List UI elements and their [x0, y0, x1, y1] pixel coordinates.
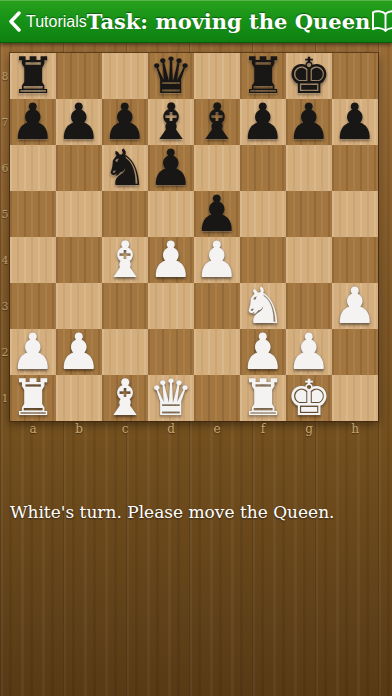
rank-label-6: 6: [0, 145, 10, 191]
white-bishop[interactable]: ♝: [103, 237, 148, 283]
file-labels: abcdefgh: [10, 421, 378, 437]
square-h6[interactable]: [332, 145, 378, 191]
file-label-a: a: [10, 421, 56, 437]
bookmarks-button[interactable]: [370, 9, 392, 34]
square-c3[interactable]: [102, 283, 148, 329]
square-c4[interactable]: ♝: [102, 237, 148, 283]
square-d3[interactable]: [148, 283, 194, 329]
square-d1[interactable]: ♛: [148, 375, 194, 421]
square-h2[interactable]: [332, 329, 378, 375]
square-h3[interactable]: ♟: [332, 283, 378, 329]
file-label-f: f: [240, 421, 286, 437]
white-queen[interactable]: ♛: [149, 375, 194, 421]
square-f5[interactable]: [240, 191, 286, 237]
square-f7[interactable]: ♟: [240, 99, 286, 145]
white-rook[interactable]: ♜: [241, 375, 286, 421]
square-b4[interactable]: [56, 237, 102, 283]
square-a4[interactable]: [10, 237, 56, 283]
white-rook[interactable]: ♜: [11, 375, 56, 421]
rank-label-2: 2: [0, 329, 10, 375]
square-e7[interactable]: ♝: [194, 99, 240, 145]
rank-label-7: 7: [0, 99, 10, 145]
square-g5[interactable]: [286, 191, 332, 237]
square-a7[interactable]: ♟: [10, 99, 56, 145]
black-pawn[interactable]: ♟: [57, 99, 102, 145]
square-a6[interactable]: [10, 145, 56, 191]
status-message: White's turn. Please move the Queen.: [10, 502, 335, 522]
black-pawn[interactable]: ♟: [241, 99, 286, 145]
rank-label-4: 4: [0, 237, 10, 283]
square-a1[interactable]: ♜: [10, 375, 56, 421]
black-pawn[interactable]: ♟: [11, 99, 56, 145]
back-button-label: Tutorials: [26, 13, 87, 31]
white-pawn[interactable]: ♟: [333, 283, 378, 329]
black-bishop[interactable]: ♝: [195, 99, 240, 145]
file-label-b: b: [56, 421, 102, 437]
rank-label-1: 1: [0, 375, 10, 421]
square-b2[interactable]: ♟: [56, 329, 102, 375]
square-e4[interactable]: ♟: [194, 237, 240, 283]
black-pawn[interactable]: ♟: [333, 99, 378, 145]
square-h5[interactable]: [332, 191, 378, 237]
square-c6[interactable]: ♞: [102, 145, 148, 191]
square-f6[interactable]: [240, 145, 286, 191]
square-e3[interactable]: [194, 283, 240, 329]
page-title: Task: moving the Queen: [87, 9, 371, 34]
file-label-d: d: [148, 421, 194, 437]
square-g7[interactable]: ♟: [286, 99, 332, 145]
app-screen: Tutorials Task: moving the Queen 8765432…: [0, 0, 392, 696]
chevron-left-icon: [8, 11, 21, 32]
square-e2[interactable]: [194, 329, 240, 375]
square-c1[interactable]: ♝: [102, 375, 148, 421]
square-g6[interactable]: [286, 145, 332, 191]
square-h7[interactable]: ♟: [332, 99, 378, 145]
file-label-h: h: [332, 421, 378, 437]
white-pawn[interactable]: ♟: [149, 237, 194, 283]
square-a5[interactable]: [10, 191, 56, 237]
file-label-e: e: [194, 421, 240, 437]
square-d4[interactable]: ♟: [148, 237, 194, 283]
square-b7[interactable]: ♟: [56, 99, 102, 145]
rank-labels: 87654321: [0, 53, 10, 421]
square-e1[interactable]: [194, 375, 240, 421]
file-label-g: g: [286, 421, 332, 437]
rank-label-8: 8: [0, 53, 10, 99]
white-pawn[interactable]: ♟: [57, 329, 102, 375]
square-b6[interactable]: [56, 145, 102, 191]
rank-label-3: 3: [0, 283, 10, 329]
open-book-icon: [370, 9, 392, 34]
square-g1[interactable]: ♚: [286, 375, 332, 421]
black-pawn[interactable]: ♟: [287, 99, 332, 145]
square-b5[interactable]: [56, 191, 102, 237]
file-label-c: c: [102, 421, 148, 437]
white-bishop[interactable]: ♝: [103, 375, 148, 421]
black-pawn[interactable]: ♟: [149, 145, 194, 191]
chess-board: ♜♛♜♚♟♟♟♝♝♟♟♟♞♟♟♝♟♟♞♟♟♟♟♟♜♝♛♜♚: [10, 53, 378, 421]
square-f1[interactable]: ♜: [240, 375, 286, 421]
square-g4[interactable]: [286, 237, 332, 283]
black-knight[interactable]: ♞: [103, 145, 148, 191]
white-pawn[interactable]: ♟: [195, 237, 240, 283]
square-d6[interactable]: ♟: [148, 145, 194, 191]
square-b1[interactable]: [56, 375, 102, 421]
square-h1[interactable]: [332, 375, 378, 421]
rank-label-5: 5: [0, 191, 10, 237]
white-king[interactable]: ♚: [287, 375, 332, 421]
navigation-bar: Tutorials Task: moving the Queen: [0, 0, 392, 43]
back-button[interactable]: Tutorials: [8, 11, 87, 32]
